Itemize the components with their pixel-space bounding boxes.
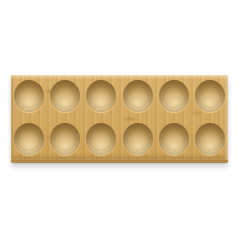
photo-background	[0, 0, 240, 240]
pit-cell-r1-c2	[47, 75, 83, 118]
seed-count-r1-c4	[123, 80, 153, 112]
pit-r1-c3[interactable]	[86, 80, 116, 112]
seed-count-r2-c1	[14, 123, 44, 155]
seed-count-r1-c6	[195, 80, 225, 112]
pit-cell-r2-c6	[192, 118, 228, 161]
pit-cell-r2-c5	[156, 118, 192, 161]
pit-r2-c2[interactable]	[50, 123, 80, 155]
seed-count-r2-c5	[159, 123, 189, 155]
pit-r1-c6[interactable]	[195, 80, 225, 112]
pit-cell-r1-c5	[156, 75, 192, 118]
mancala-board	[11, 75, 228, 163]
pit-cell-r2-c1	[11, 118, 47, 161]
pit-r1-c2[interactable]	[50, 80, 80, 112]
seed-count-r2-c3	[86, 123, 116, 155]
pit-cell-r1-c6	[192, 75, 228, 118]
pit-cell-r2-c2	[47, 118, 83, 161]
pit-r1-c5[interactable]	[159, 80, 189, 112]
pit-r2-c3[interactable]	[86, 123, 116, 155]
pit-r1-c4[interactable]	[123, 80, 153, 112]
seed-count-r1-c5	[159, 80, 189, 112]
seed-count-r1-c2	[50, 80, 80, 112]
pit-r2-c5[interactable]	[159, 123, 189, 155]
seed-count-r2-c2	[50, 123, 80, 155]
pit-cell-r1-c3	[83, 75, 119, 118]
pit-r2-c4[interactable]	[123, 123, 153, 155]
seed-count-r1-c3	[86, 80, 116, 112]
seed-count-r1-c1	[14, 80, 44, 112]
seed-count-r2-c6	[195, 123, 225, 155]
pit-grid	[11, 75, 228, 160]
pit-cell-r1-c4	[120, 75, 156, 118]
pit-cell-r2-c4	[120, 118, 156, 161]
pit-r2-c1[interactable]	[14, 123, 44, 155]
pit-r1-c1[interactable]	[14, 80, 44, 112]
seed-count-r2-c4	[123, 123, 153, 155]
pit-cell-r1-c1	[11, 75, 47, 118]
pit-r2-c6[interactable]	[195, 123, 225, 155]
pit-cell-r2-c3	[83, 118, 119, 161]
